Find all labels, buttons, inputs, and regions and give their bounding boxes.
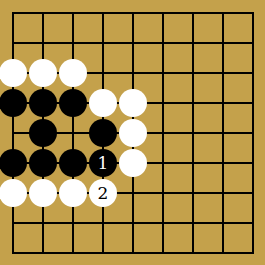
- grid-line-vertical: [72, 208, 74, 238]
- board-cell[interactable]: [178, 238, 208, 265]
- board-cell[interactable]: [0, 58, 28, 88]
- grid-line-vertical: [252, 28, 254, 58]
- board-cell[interactable]: [28, 238, 58, 265]
- board-cell[interactable]: [88, 238, 118, 265]
- grid-line-vertical: [102, 208, 104, 238]
- grid-line-vertical: [132, 28, 134, 58]
- grid-line-vertical: [192, 178, 194, 208]
- board-cell[interactable]: [88, 118, 118, 148]
- grid-line-vertical: [162, 88, 164, 118]
- board-cell[interactable]: [208, 238, 238, 265]
- board-cell[interactable]: [28, 208, 58, 238]
- board-cell[interactable]: [58, 238, 88, 265]
- grid-line-vertical: [102, 28, 104, 58]
- grid-line-vertical: [252, 12, 254, 28]
- grid-line-vertical: [42, 208, 44, 238]
- board-cell[interactable]: [178, 88, 208, 118]
- board-cell[interactable]: [28, 28, 58, 58]
- board-grid: 12: [0, 0, 265, 265]
- grid-line-vertical: [162, 238, 164, 254]
- grid-line-vertical: [102, 238, 104, 254]
- board-cell[interactable]: [148, 28, 178, 58]
- white-stone: [0, 179, 27, 207]
- board-cell[interactable]: [0, 208, 28, 238]
- board-cell[interactable]: [118, 58, 148, 88]
- grid-line-vertical: [252, 58, 254, 88]
- grid-line-vertical: [252, 238, 254, 254]
- grid-line-vertical: [222, 12, 224, 28]
- board-cell[interactable]: [0, 88, 28, 118]
- board-cell[interactable]: [178, 118, 208, 148]
- grid-line-vertical: [12, 28, 14, 58]
- board-cell[interactable]: [148, 178, 178, 208]
- board-cell[interactable]: [148, 148, 178, 178]
- grid-line-vertical: [12, 12, 14, 28]
- board-cell[interactable]: [208, 178, 238, 208]
- board-cell[interactable]: [238, 58, 265, 88]
- black-stone: [0, 149, 27, 177]
- grid-line-vertical: [192, 118, 194, 148]
- board-cell[interactable]: [178, 0, 208, 28]
- board-cell[interactable]: [178, 58, 208, 88]
- board-cell[interactable]: [118, 118, 148, 148]
- go-board: 12: [0, 0, 265, 265]
- board-cell[interactable]: [28, 0, 58, 28]
- white-stone: [29, 59, 57, 87]
- grid-line-vertical: [42, 12, 44, 28]
- move-number-label: 1: [98, 155, 109, 172]
- grid-line-vertical: [252, 178, 254, 208]
- board-cell[interactable]: [238, 178, 265, 208]
- black-stone: [29, 89, 57, 117]
- board-cell[interactable]: [148, 88, 178, 118]
- grid-line-horizontal: [12, 252, 28, 254]
- board-cell[interactable]: 2: [88, 178, 118, 208]
- grid-line-vertical: [72, 28, 74, 58]
- grid-line-vertical: [132, 12, 134, 28]
- grid-line-vertical: [222, 58, 224, 88]
- white-stone: [119, 149, 147, 177]
- board-cell[interactable]: [238, 208, 265, 238]
- board-cell[interactable]: [88, 208, 118, 238]
- board-cell[interactable]: [148, 0, 178, 28]
- board-cell[interactable]: [88, 88, 118, 118]
- white-stone: 2: [89, 179, 117, 207]
- board-cell[interactable]: [58, 118, 88, 148]
- board-cell[interactable]: [148, 208, 178, 238]
- grid-line-vertical: [222, 178, 224, 208]
- move-number-label: 2: [98, 185, 109, 202]
- board-cell[interactable]: [118, 28, 148, 58]
- white-stone: [59, 179, 87, 207]
- board-cell[interactable]: [28, 58, 58, 88]
- board-cell[interactable]: [238, 0, 265, 28]
- board-cell[interactable]: [208, 0, 238, 28]
- board-cell[interactable]: [88, 28, 118, 58]
- board-cell[interactable]: [178, 208, 208, 238]
- white-stone: [119, 119, 147, 147]
- grid-line-vertical: [192, 208, 194, 238]
- grid-line-vertical: [192, 148, 194, 178]
- board-cell[interactable]: [208, 88, 238, 118]
- grid-line-vertical: [12, 208, 14, 238]
- board-cell[interactable]: [118, 0, 148, 28]
- grid-line-vertical: [72, 118, 74, 148]
- board-cell[interactable]: [58, 88, 88, 118]
- black-stone: [59, 149, 87, 177]
- board-cell[interactable]: [238, 238, 265, 265]
- grid-line-vertical: [162, 148, 164, 178]
- board-cell[interactable]: [238, 148, 265, 178]
- black-stone: [89, 119, 117, 147]
- board-cell[interactable]: [28, 88, 58, 118]
- grid-line-vertical: [192, 88, 194, 118]
- grid-line-vertical: [222, 208, 224, 238]
- board-cell[interactable]: [0, 238, 28, 265]
- board-cell[interactable]: [88, 58, 118, 88]
- board-cell[interactable]: [58, 178, 88, 208]
- grid-line-vertical: [132, 178, 134, 208]
- board-cell[interactable]: [238, 118, 265, 148]
- board-cell[interactable]: [0, 148, 28, 178]
- grid-line-vertical: [222, 118, 224, 148]
- grid-line-vertical: [222, 28, 224, 58]
- grid-line-vertical: [222, 88, 224, 118]
- grid-line-vertical: [72, 238, 74, 254]
- white-stone: [89, 89, 117, 117]
- grid-line-vertical: [162, 12, 164, 28]
- black-stone: [0, 89, 27, 117]
- board-cell[interactable]: [208, 28, 238, 58]
- board-cell[interactable]: [148, 118, 178, 148]
- board-cell[interactable]: [118, 88, 148, 118]
- grid-line-vertical: [132, 238, 134, 254]
- grid-line-vertical: [132, 208, 134, 238]
- white-stone: [29, 179, 57, 207]
- board-cell[interactable]: [208, 208, 238, 238]
- board-cell[interactable]: [118, 148, 148, 178]
- board-cell[interactable]: [58, 148, 88, 178]
- board-cell[interactable]: [148, 58, 178, 88]
- grid-line-vertical: [42, 238, 44, 254]
- black-stone: [29, 149, 57, 177]
- white-stone: [119, 89, 147, 117]
- grid-line-vertical: [42, 28, 44, 58]
- grid-line-vertical: [162, 118, 164, 148]
- grid-line-vertical: [12, 238, 14, 254]
- board-cell[interactable]: [118, 238, 148, 265]
- board-cell[interactable]: [58, 208, 88, 238]
- board-cell[interactable]: [28, 178, 58, 208]
- black-stone: [29, 119, 57, 147]
- board-cell[interactable]: [0, 28, 28, 58]
- grid-line-vertical: [222, 238, 224, 254]
- white-stone: [0, 59, 27, 87]
- grid-line-horizontal: [12, 222, 28, 224]
- board-cell[interactable]: [208, 118, 238, 148]
- black-stone: 1: [89, 149, 117, 177]
- board-cell[interactable]: [238, 28, 265, 58]
- grid-line-horizontal: [12, 12, 28, 14]
- grid-line-vertical: [222, 148, 224, 178]
- grid-line-vertical: [192, 12, 194, 28]
- board-cell[interactable]: [58, 0, 88, 28]
- grid-line-vertical: [162, 58, 164, 88]
- grid-line-vertical: [102, 58, 104, 88]
- board-cell[interactable]: [238, 88, 265, 118]
- board-cell[interactable]: [0, 118, 28, 148]
- grid-line-horizontal: [12, 42, 28, 44]
- grid-line-vertical: [252, 208, 254, 238]
- board-cell[interactable]: [118, 178, 148, 208]
- grid-line-vertical: [12, 118, 14, 148]
- grid-line-vertical: [252, 88, 254, 118]
- board-cell[interactable]: [58, 58, 88, 88]
- board-cell[interactable]: [118, 208, 148, 238]
- board-cell[interactable]: [178, 28, 208, 58]
- board-cell[interactable]: [58, 28, 88, 58]
- grid-line-vertical: [102, 12, 104, 28]
- grid-line-vertical: [162, 178, 164, 208]
- grid-line-vertical: [252, 118, 254, 148]
- board-cell[interactable]: [28, 148, 58, 178]
- grid-line-vertical: [252, 148, 254, 178]
- board-cell[interactable]: [88, 0, 118, 28]
- board-cell[interactable]: [0, 0, 28, 28]
- board-cell[interactable]: 1: [88, 148, 118, 178]
- white-stone: [59, 59, 87, 87]
- board-cell[interactable]: [28, 118, 58, 148]
- grid-line-vertical: [132, 58, 134, 88]
- board-cell[interactable]: [208, 58, 238, 88]
- grid-line-vertical: [162, 208, 164, 238]
- board-cell[interactable]: [178, 178, 208, 208]
- grid-line-vertical: [192, 58, 194, 88]
- board-cell[interactable]: [0, 178, 28, 208]
- grid-line-vertical: [192, 28, 194, 58]
- black-stone: [59, 89, 87, 117]
- grid-line-vertical: [192, 238, 194, 254]
- grid-line-vertical: [162, 28, 164, 58]
- board-cell[interactable]: [208, 148, 238, 178]
- board-cell[interactable]: [178, 148, 208, 178]
- board-cell[interactable]: [148, 238, 178, 265]
- grid-line-vertical: [72, 12, 74, 28]
- grid-line-horizontal: [12, 132, 28, 134]
